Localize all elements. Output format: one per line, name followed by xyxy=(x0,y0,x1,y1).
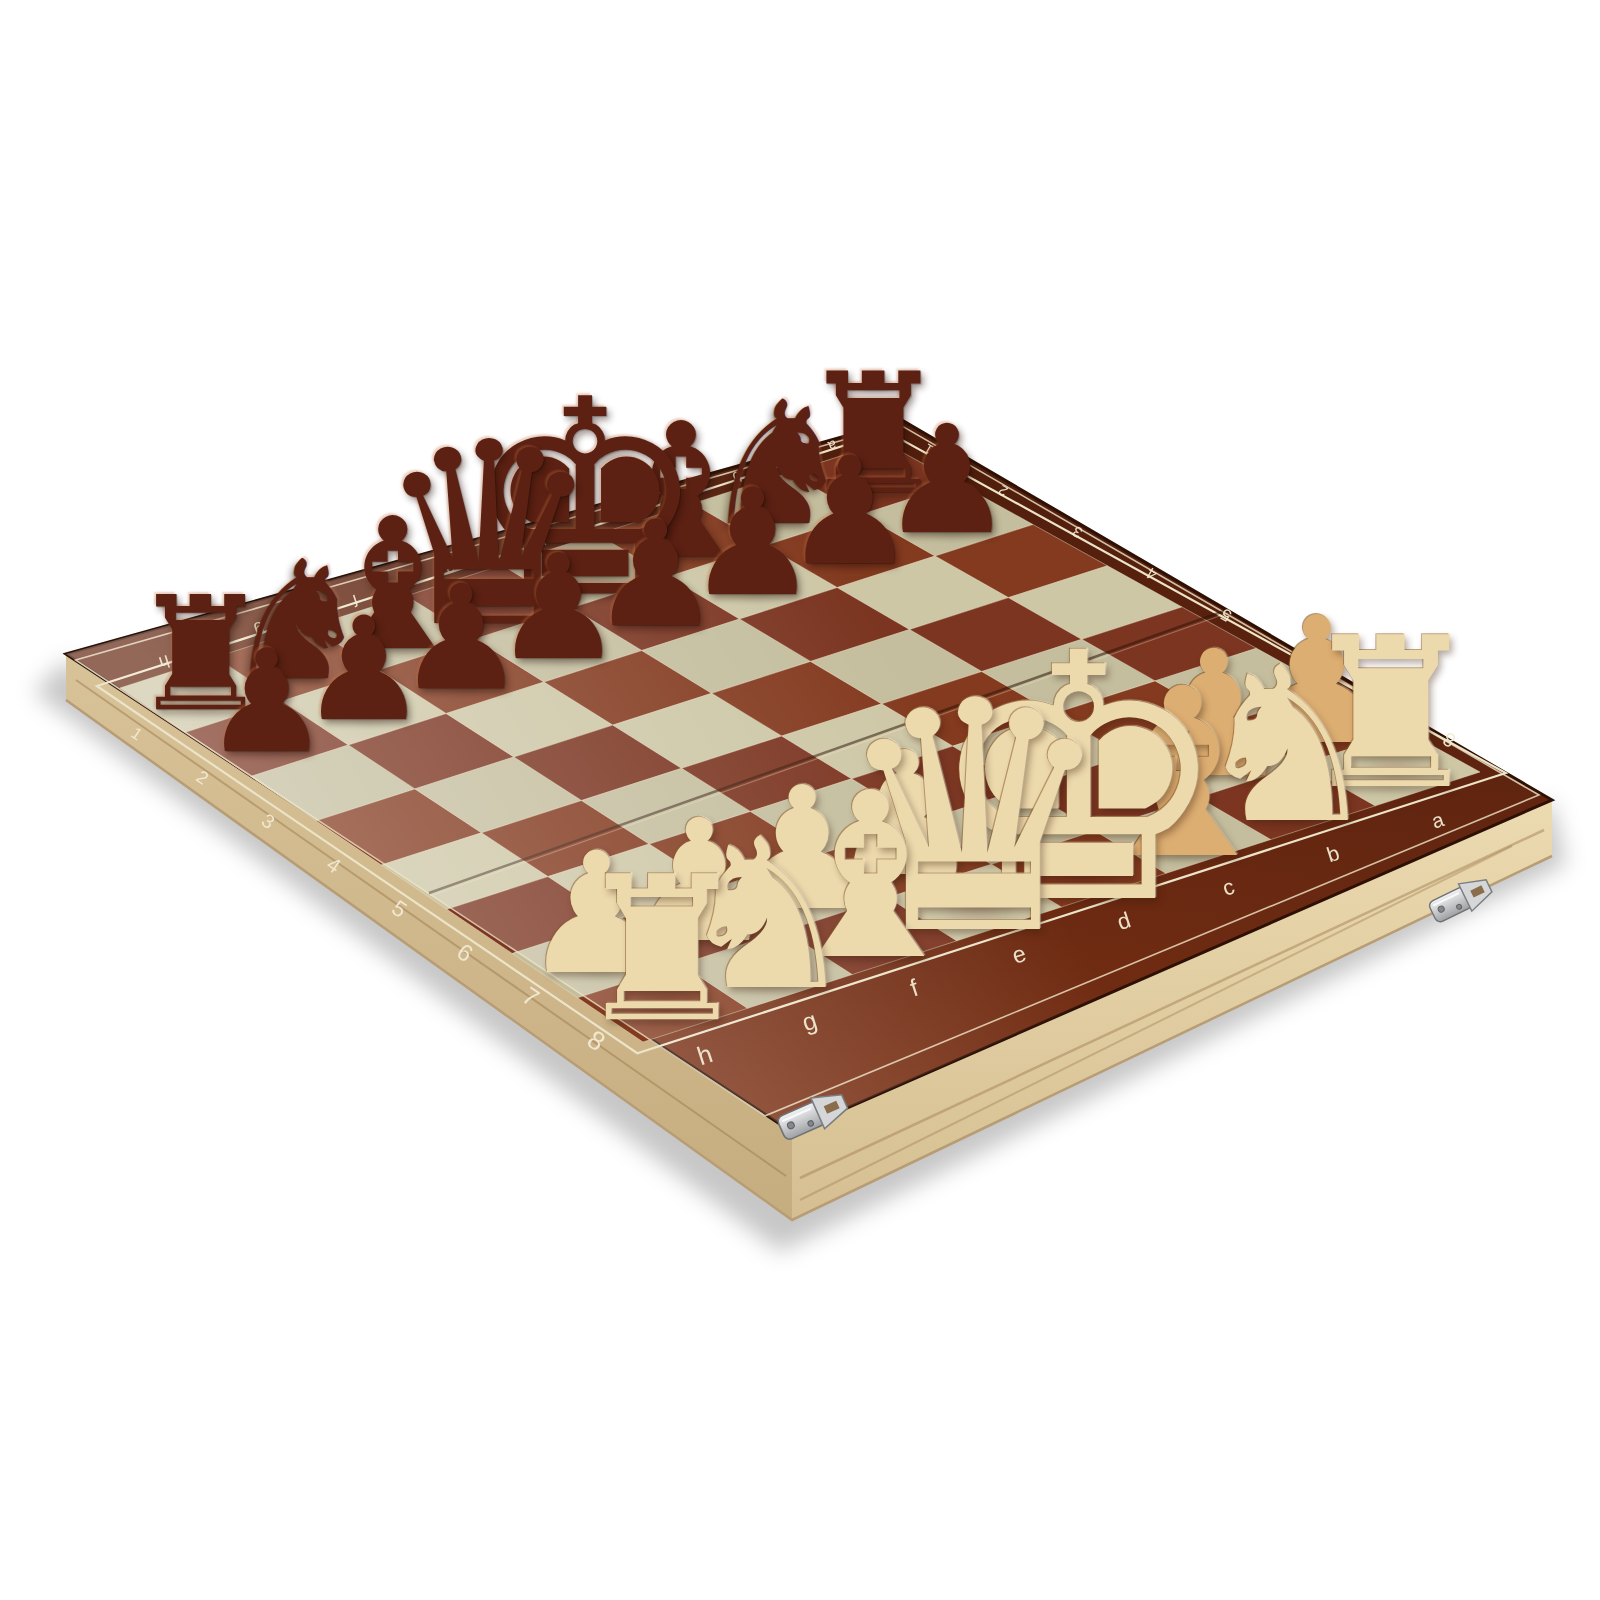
piece-shadow xyxy=(664,536,709,549)
piece-shadow xyxy=(254,737,289,747)
piece-shadow xyxy=(1050,862,1118,882)
piece-shadow xyxy=(351,705,386,716)
piece-shadow xyxy=(279,660,325,674)
piece-shadow xyxy=(1160,830,1216,847)
piece-shadow xyxy=(934,517,971,528)
piece-shadow xyxy=(1300,723,1343,736)
piece-shadow xyxy=(857,475,900,488)
piece-shadow xyxy=(563,566,617,582)
piece-shadow xyxy=(1262,796,1322,814)
piece-shadow xyxy=(786,890,828,902)
piece-shadow xyxy=(684,923,725,935)
piece-shadow xyxy=(185,692,226,704)
piece-shadow xyxy=(643,611,679,622)
piece-shadow xyxy=(642,998,693,1013)
piece-shadow xyxy=(758,505,806,519)
chess-board: 12345678hgfedcbahgfedcba12345678 xyxy=(0,0,1600,1600)
product-photo-scene: 12345678hgfedcbahgfedcba12345678 ♜♞♟♝♟♚♟… xyxy=(0,0,1600,1600)
piece-shadow xyxy=(889,856,931,869)
piece-shadow xyxy=(546,643,582,654)
piece-shadow xyxy=(376,629,420,642)
piece-shadow xyxy=(468,597,519,612)
piece-shadow xyxy=(848,931,903,948)
piece-shadow xyxy=(1198,757,1241,770)
piece-shadow xyxy=(1369,763,1423,779)
piece-shadow xyxy=(581,956,622,968)
piece-shadow xyxy=(448,674,483,685)
piece-shadow xyxy=(947,896,1012,915)
piece-shadow xyxy=(837,548,873,559)
piece-shadow xyxy=(740,580,776,591)
piece-shadow xyxy=(743,964,801,981)
